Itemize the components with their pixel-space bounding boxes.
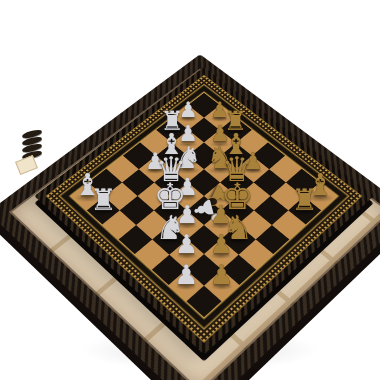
chess-set-photo: ♟♟♜♜♟♟♝♝♞♟♞♟♛♛♝♟♝♟♚♜♟♚♜♟♟♞♞♟♟♟♟: [0, 0, 380, 380]
